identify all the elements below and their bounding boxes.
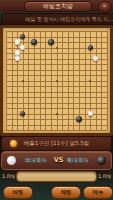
black-stone-icon xyxy=(97,156,106,165)
stone-black xyxy=(76,116,81,121)
hoshi-point xyxy=(22,80,24,82)
hoshi-point xyxy=(89,80,91,82)
grid-line-horizontal xyxy=(6,108,107,109)
white-odds: 1.0배 xyxy=(2,171,15,181)
grid-line-vertical xyxy=(68,31,69,130)
hoshi-point xyxy=(56,80,58,82)
notice-ticker: 매일 첫 참석시 배팅코치에게 쪽지 지... xyxy=(1,13,113,25)
menu-button[interactable]: 메뉴 xyxy=(83,186,113,199)
stone-white xyxy=(15,50,20,55)
grid-line-vertical xyxy=(107,31,108,130)
black-player-name: 흑대국자 xyxy=(61,152,94,169)
grid-line-vertical xyxy=(101,31,102,130)
go-board xyxy=(0,25,113,136)
grid-line-horizontal xyxy=(6,86,107,87)
player-panel: 백대국자 VS 흑대국자 xyxy=(1,151,112,170)
game-status-bar: 배틀1구간 [11수] 덤5.5점 xyxy=(1,136,112,151)
stone-white xyxy=(93,56,98,61)
white-player-name: 백대국자 xyxy=(19,152,52,169)
stone-black xyxy=(48,39,53,44)
grid-line-vertical xyxy=(62,31,63,130)
grid-line-vertical xyxy=(79,31,80,130)
back-icon[interactable]: « xyxy=(98,1,111,13)
stone-black xyxy=(20,111,25,116)
grid-line-horizontal xyxy=(6,119,107,120)
grid-line-horizontal xyxy=(6,92,107,93)
room-title[interactable]: 배팅코치방 xyxy=(24,1,92,12)
status-text: 배틀1구간 [11수] 덤5.5점 xyxy=(24,140,90,146)
grid-line-horizontal xyxy=(6,103,107,104)
grid-line-vertical xyxy=(73,31,74,130)
stone-white xyxy=(88,111,93,116)
grid-line-vertical xyxy=(85,31,86,130)
black-odds: 1.0배 xyxy=(98,171,111,181)
hoshi-point xyxy=(56,47,58,49)
white-stone-icon xyxy=(7,156,16,165)
app-screen: 배팅코치방 « 매일 첫 참석시 배팅코치에게 쪽지 지... 배틀1구간 [1… xyxy=(0,0,113,200)
grid-line-horizontal xyxy=(6,130,107,131)
bet-button[interactable]: 배팅 xyxy=(3,186,33,199)
hoshi-point xyxy=(56,113,58,115)
stone-black xyxy=(88,45,93,50)
stone-white xyxy=(15,39,20,44)
header-bar: 배팅코치방 « xyxy=(0,0,113,12)
stone-black xyxy=(31,39,36,44)
grid-line-horizontal xyxy=(6,125,107,126)
stone-white xyxy=(15,56,20,61)
grid-line-horizontal xyxy=(6,97,107,98)
stone-black xyxy=(20,34,25,39)
grid-line-vertical xyxy=(96,31,97,130)
stone-white xyxy=(20,45,25,50)
chat-button[interactable]: 채팅 xyxy=(51,186,81,199)
go-board-surface[interactable] xyxy=(3,28,110,133)
bet-input[interactable] xyxy=(16,171,97,182)
